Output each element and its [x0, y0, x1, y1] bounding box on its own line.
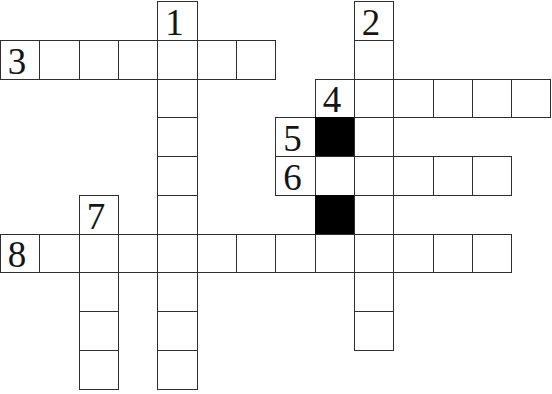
- white-cell[interactable]: [157, 311, 198, 351]
- white-cell[interactable]: [275, 234, 316, 273]
- white-cell[interactable]: [354, 79, 394, 118]
- white-cell[interactable]: [118, 234, 158, 273]
- white-cell[interactable]: [433, 156, 473, 196]
- white-cell[interactable]: [157, 79, 198, 118]
- white-cell[interactable]: [472, 156, 512, 196]
- white-cell[interactable]: [39, 234, 80, 273]
- white-cell[interactable]: [393, 156, 434, 196]
- black-cell: [315, 117, 355, 157]
- black-cell: [315, 195, 355, 235]
- white-cell[interactable]: [157, 234, 198, 273]
- white-cell[interactable]: [354, 195, 394, 235]
- white-cell[interactable]: [315, 156, 355, 196]
- white-cell[interactable]: [157, 156, 198, 196]
- white-cell[interactable]: [79, 272, 119, 312]
- white-cell[interactable]: [157, 195, 198, 235]
- clue-number: 1: [165, 4, 184, 41]
- white-cell[interactable]: [79, 40, 119, 80]
- clue-number: 2: [362, 4, 381, 41]
- numbered-cell-6[interactable]: 6: [275, 156, 316, 196]
- white-cell[interactable]: [393, 79, 434, 118]
- white-cell[interactable]: [157, 40, 198, 80]
- white-cell[interactable]: [79, 311, 119, 351]
- numbered-cell-4[interactable]: 4: [315, 79, 355, 118]
- white-cell[interactable]: [354, 311, 394, 351]
- clue-number: 6: [283, 159, 302, 196]
- white-cell[interactable]: [393, 234, 434, 273]
- white-cell[interactable]: [79, 234, 119, 273]
- white-cell[interactable]: [433, 234, 473, 273]
- numbered-cell-5[interactable]: 5: [275, 117, 316, 157]
- white-cell[interactable]: [315, 234, 355, 273]
- numbered-cell-3[interactable]: 3: [0, 40, 40, 80]
- white-cell[interactable]: [354, 156, 394, 196]
- white-cell[interactable]: [79, 350, 119, 390]
- clue-number: 5: [283, 120, 302, 157]
- white-cell[interactable]: [433, 79, 473, 118]
- clue-number: 8: [8, 236, 27, 273]
- white-cell[interactable]: [157, 350, 198, 390]
- numbered-cell-1[interactable]: 1: [157, 1, 198, 41]
- white-cell[interactable]: [236, 234, 276, 273]
- white-cell[interactable]: [354, 117, 394, 157]
- white-cell[interactable]: [157, 117, 198, 157]
- clue-number: 4: [323, 81, 342, 118]
- white-cell[interactable]: [197, 234, 237, 273]
- clue-number: 7: [87, 198, 106, 235]
- crossword-diagram: 12345678: [0, 0, 552, 394]
- numbered-cell-8[interactable]: 8: [0, 234, 40, 273]
- white-cell[interactable]: [236, 40, 276, 80]
- white-cell[interactable]: [472, 79, 512, 118]
- numbered-cell-2[interactable]: 2: [354, 1, 394, 41]
- white-cell[interactable]: [354, 40, 394, 80]
- crossword-grid: 12345678: [0, 1, 550, 389]
- white-cell[interactable]: [354, 272, 394, 312]
- white-cell[interactable]: [118, 40, 158, 80]
- white-cell[interactable]: [197, 40, 237, 80]
- white-cell[interactable]: [511, 79, 551, 118]
- clue-number: 3: [8, 43, 27, 80]
- white-cell[interactable]: [39, 40, 80, 80]
- white-cell[interactable]: [354, 234, 394, 273]
- white-cell[interactable]: [157, 272, 198, 312]
- numbered-cell-7[interactable]: 7: [79, 195, 119, 235]
- white-cell[interactable]: [472, 234, 512, 273]
